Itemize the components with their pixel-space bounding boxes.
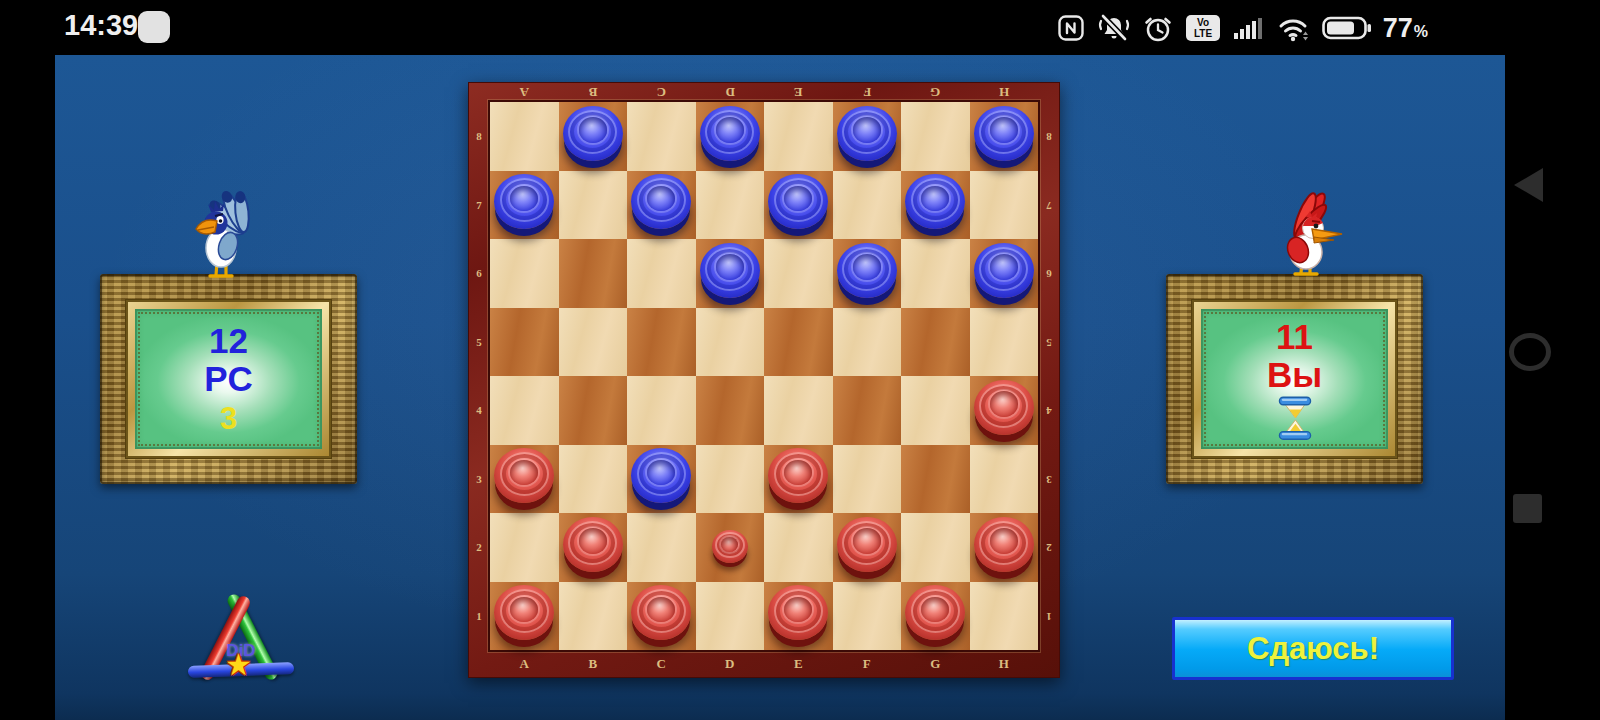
square-c5[interactable] <box>627 308 696 377</box>
square-c6[interactable] <box>627 239 696 308</box>
square-d1[interactable] <box>696 582 765 651</box>
file-label-top-e: E <box>764 84 833 101</box>
file-label-top-h: H <box>970 84 1039 101</box>
piece-blue-h6[interactable] <box>974 243 1034 298</box>
file-label-top-d: D <box>696 84 765 101</box>
piece-red-b2[interactable] <box>563 517 623 572</box>
piece-red-f2[interactable] <box>837 517 897 572</box>
rank-label-right-2: 2 <box>1038 513 1060 582</box>
rank-label-right-1: 1 <box>1038 582 1060 651</box>
svg-text:Vo: Vo <box>1197 17 1209 28</box>
board: AABBCCDDEEFFGGHH8877665544332211 <box>468 82 1060 678</box>
scoreboard-pc: 12 PC 3 <box>100 274 357 484</box>
square-h5[interactable] <box>970 308 1039 377</box>
vibrate-muted-bell-icon <box>1097 13 1131 43</box>
square-b6[interactable] <box>559 239 628 308</box>
square-g4[interactable] <box>901 376 970 445</box>
screen: 14:39 Vo LTE <box>0 0 1600 720</box>
recents-button-icon[interactable] <box>1513 494 1542 523</box>
square-a4[interactable] <box>490 376 559 445</box>
square-d3[interactable] <box>696 445 765 514</box>
svg-text:LTE: LTE <box>1194 28 1212 39</box>
piece-blue-f6[interactable] <box>837 243 897 298</box>
square-h3[interactable] <box>970 445 1039 514</box>
square-a2[interactable] <box>490 513 559 582</box>
rank-label-right-4: 4 <box>1038 376 1060 445</box>
app-logo: DiD ★ <box>183 588 299 688</box>
file-label-top-g: G <box>901 84 970 101</box>
rank-label-right-3: 3 <box>1038 445 1060 514</box>
square-e6[interactable] <box>764 239 833 308</box>
battery-percent: 77% <box>1383 13 1428 44</box>
square-f5[interactable] <box>833 308 902 377</box>
file-label-bottom-d: D <box>696 655 765 672</box>
file-label-bottom-e: E <box>764 655 833 672</box>
rank-label-left-6: 6 <box>468 239 490 308</box>
piece-blue-f8[interactable] <box>837 106 897 161</box>
square-f3[interactable] <box>833 445 902 514</box>
square-a5[interactable] <box>490 308 559 377</box>
piece-blue-b8[interactable] <box>563 106 623 161</box>
back-button-icon[interactable] <box>1514 168 1543 202</box>
square-c8[interactable] <box>627 102 696 171</box>
file-label-top-a: A <box>490 84 559 101</box>
logo-star-icon: ★ <box>225 647 252 682</box>
rank-label-left-7: 7 <box>468 171 490 240</box>
scoreboard-pc-screen: 12 PC 3 <box>135 309 322 449</box>
file-label-bottom-a: A <box>490 655 559 672</box>
status-icons: Vo LTE <box>1056 8 1428 48</box>
square-a6[interactable] <box>490 239 559 308</box>
blue-bird-mascot <box>190 188 274 280</box>
rank-label-right-8: 8 <box>1038 102 1060 171</box>
file-label-bottom-f: F <box>833 655 902 672</box>
rank-label-left-4: 4 <box>468 376 490 445</box>
piece-red-small-d2[interactable] <box>712 530 748 563</box>
square-f1[interactable] <box>833 582 902 651</box>
square-g2[interactable] <box>901 513 970 582</box>
square-e4[interactable] <box>764 376 833 445</box>
pc-piece-count: 12 <box>209 322 248 360</box>
file-label-top-c: C <box>627 84 696 101</box>
battery-icon <box>1322 12 1372 44</box>
status-bar: 14:39 Vo LTE <box>0 0 1600 55</box>
piece-red-h2[interactable] <box>974 517 1034 572</box>
file-label-top-b: B <box>559 84 628 101</box>
square-d5[interactable] <box>696 308 765 377</box>
file-label-bottom-g: G <box>901 655 970 672</box>
alarm-clock-icon <box>1142 12 1174 44</box>
surrender-button[interactable]: Сдаюсь! <box>1172 617 1454 680</box>
square-h1[interactable] <box>970 582 1039 651</box>
piece-blue-d6[interactable] <box>700 243 760 298</box>
rank-label-right-7: 7 <box>1038 171 1060 240</box>
rank-label-left-2: 2 <box>468 513 490 582</box>
square-g5[interactable] <box>901 308 970 377</box>
nfc-icon <box>1056 13 1086 43</box>
square-b5[interactable] <box>559 308 628 377</box>
scoreboard-you-screen: 11 Вы <box>1201 309 1388 449</box>
red-bird-mascot <box>1256 184 1348 280</box>
square-d7[interactable] <box>696 171 765 240</box>
square-f7[interactable] <box>833 171 902 240</box>
notification-app-icon <box>138 11 170 43</box>
rank-label-left-3: 3 <box>468 445 490 514</box>
square-e8[interactable] <box>764 102 833 171</box>
square-b1[interactable] <box>559 582 628 651</box>
home-button-icon[interactable] <box>1509 333 1551 371</box>
scoreboard-you: 11 Вы <box>1166 274 1423 484</box>
rank-label-left-5: 5 <box>468 308 490 377</box>
file-label-bottom-b: B <box>559 655 628 672</box>
hourglass-icon <box>1278 396 1312 440</box>
square-g3[interactable] <box>901 445 970 514</box>
pc-player-name: PC <box>204 360 253 398</box>
piece-blue-d8[interactable] <box>700 106 760 161</box>
square-e2[interactable] <box>764 513 833 582</box>
rank-label-left-8: 8 <box>468 102 490 171</box>
square-b7[interactable] <box>559 171 628 240</box>
clock-time: 14:39 <box>64 9 138 42</box>
square-g6[interactable] <box>901 239 970 308</box>
piece-red-h4[interactable] <box>974 380 1034 435</box>
rank-label-left-1: 1 <box>468 582 490 651</box>
volte-badge-icon: Vo LTE <box>1185 13 1221 43</box>
file-label-top-f: F <box>833 84 902 101</box>
signal-bars-icon <box>1232 13 1266 43</box>
square-e5[interactable] <box>764 308 833 377</box>
square-c2[interactable] <box>627 513 696 582</box>
file-label-bottom-h: H <box>970 655 1039 672</box>
square-g8[interactable] <box>901 102 970 171</box>
you-player-name: Вы <box>1267 356 1322 394</box>
square-b3[interactable] <box>559 445 628 514</box>
piece-blue-h8[interactable] <box>974 106 1034 161</box>
square-b4[interactable] <box>559 376 628 445</box>
navigation-bar <box>1505 0 1600 720</box>
square-d4[interactable] <box>696 376 765 445</box>
rank-label-right-6: 6 <box>1038 239 1060 308</box>
square-f4[interactable] <box>833 376 902 445</box>
file-label-bottom-c: C <box>627 655 696 672</box>
you-piece-count: 11 <box>1276 318 1313 356</box>
square-c4[interactable] <box>627 376 696 445</box>
square-h7[interactable] <box>970 171 1039 240</box>
rank-label-right-5: 5 <box>1038 308 1060 377</box>
pc-timer-value: 3 <box>220 402 237 435</box>
square-a8[interactable] <box>490 102 559 171</box>
wifi-icon <box>1277 13 1311 43</box>
